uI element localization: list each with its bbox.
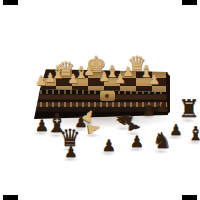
piece-shadow (167, 135, 183, 140)
piece-shadow (153, 149, 169, 154)
piece-shadow (84, 133, 100, 138)
piece-shadow (62, 157, 78, 162)
photo-stage: ♛♚♟♟♛♝♝♝♝♟♟♟♟♟♟♟♟♜♟♞♟♟♟♟♝♟♝♛♟♞♟♟ (0, 0, 200, 200)
piece-shadow (72, 127, 88, 132)
corner-mark-bottom-right (182, 195, 197, 200)
piece-shadow (154, 111, 170, 116)
piece-shadow (33, 131, 49, 136)
piece-shadow (125, 131, 141, 136)
chessbox-lid-checkerboard (38, 67, 170, 93)
piece-shadow (140, 114, 156, 119)
piece-shadow (79, 121, 95, 126)
piece-shadow (187, 140, 200, 145)
brass-clasp (100, 91, 115, 101)
piece-shadow (128, 147, 144, 152)
corner-mark-bottom-left (3, 195, 18, 200)
corner-mark-top-right (182, 0, 197, 5)
piece-shadow (48, 133, 64, 138)
piece-shadow (100, 151, 116, 156)
piece-shadow (61, 147, 77, 152)
piece-shadow (180, 118, 196, 123)
corner-mark-top-left (3, 0, 18, 5)
